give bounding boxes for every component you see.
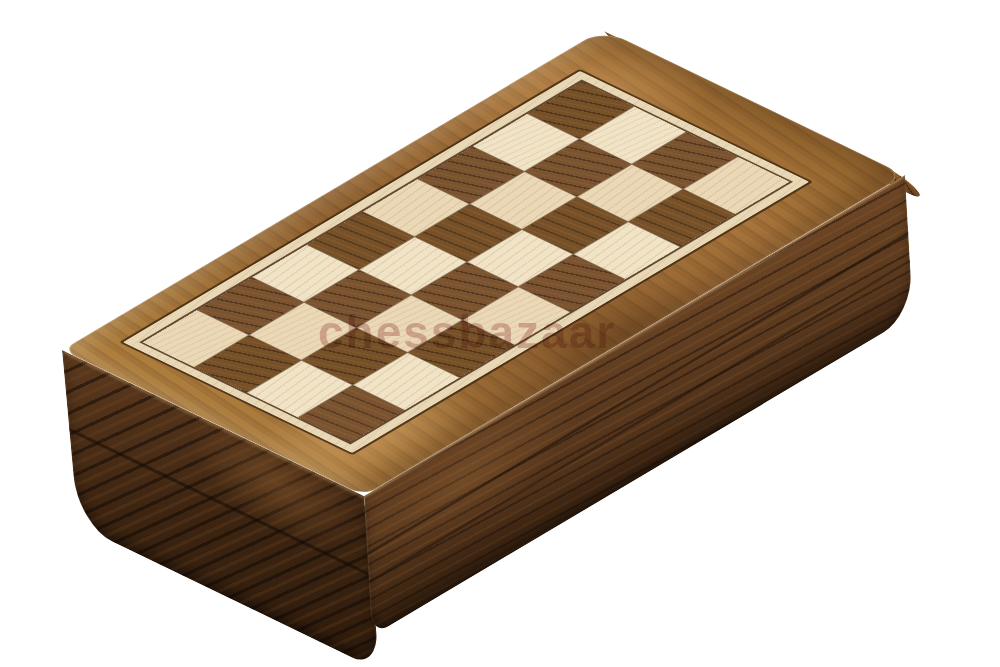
product-photo-stage: chessbazaar (0, 0, 1000, 667)
